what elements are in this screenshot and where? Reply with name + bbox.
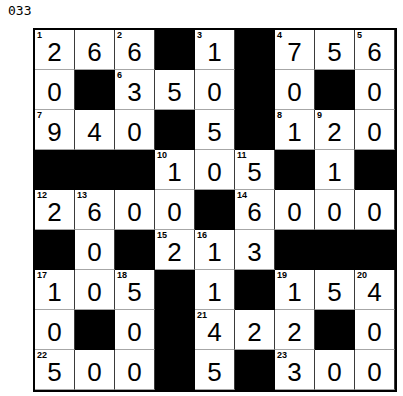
cell-digit: 0 bbox=[35, 310, 74, 349]
cell-r6c2[interactable]: 0 bbox=[75, 230, 115, 270]
cell-r8c6[interactable]: 2 bbox=[235, 310, 275, 350]
cell-r2c7[interactable]: 0 bbox=[275, 70, 315, 110]
black-cell-r1c6 bbox=[235, 30, 275, 70]
cell-digit: 0 bbox=[115, 110, 154, 149]
cell-digit: 3 bbox=[235, 230, 274, 269]
cell-r6c4[interactable]: 152 bbox=[155, 230, 195, 270]
cell-digit: 2 bbox=[35, 190, 74, 229]
black-cell-r6c3 bbox=[115, 230, 155, 270]
cell-digit: 0 bbox=[315, 350, 354, 389]
cell-r9c9[interactable]: 0 bbox=[355, 350, 395, 390]
cell-r9c1[interactable]: 225 bbox=[35, 350, 75, 390]
cell-digit: 0 bbox=[315, 190, 354, 229]
puzzle-title: 033 bbox=[8, 3, 31, 18]
cell-digit: 2 bbox=[315, 110, 354, 149]
black-cell-r1c4 bbox=[155, 30, 195, 70]
black-cell-r2c6 bbox=[235, 70, 275, 110]
black-cell-r6c7 bbox=[275, 230, 315, 270]
cell-r2c1[interactable]: 0 bbox=[35, 70, 75, 110]
cell-r5c8[interactable]: 0 bbox=[315, 190, 355, 230]
cell-r1c1[interactable]: 12 bbox=[35, 30, 75, 70]
black-cell-r7c4 bbox=[155, 270, 195, 310]
black-cell-r2c2 bbox=[75, 70, 115, 110]
cell-r3c7[interactable]: 81 bbox=[275, 110, 315, 150]
cell-r3c1[interactable]: 79 bbox=[35, 110, 75, 150]
cell-r5c3[interactable]: 0 bbox=[115, 190, 155, 230]
cell-digit: 5 bbox=[195, 350, 234, 389]
cell-digit: 0 bbox=[115, 310, 154, 349]
black-cell-r8c4 bbox=[155, 310, 195, 350]
cell-digit: 5 bbox=[315, 270, 354, 309]
cell-digit: 5 bbox=[155, 70, 194, 109]
cell-digit: 6 bbox=[75, 190, 114, 229]
cell-digit: 1 bbox=[155, 150, 194, 189]
cell-digit: 1 bbox=[315, 150, 354, 189]
cell-digit: 4 bbox=[195, 310, 234, 349]
black-cell-r8c2 bbox=[75, 310, 115, 350]
cell-digit: 6 bbox=[355, 30, 394, 69]
cell-r5c4[interactable]: 0 bbox=[155, 190, 195, 230]
cell-digit: 5 bbox=[195, 110, 234, 149]
black-cell-r9c6 bbox=[235, 350, 275, 390]
black-cell-r6c1 bbox=[35, 230, 75, 270]
cell-r7c8[interactable]: 5 bbox=[315, 270, 355, 310]
cell-r4c4[interactable]: 101 bbox=[155, 150, 195, 190]
cell-digit: 3 bbox=[275, 350, 314, 389]
puzzle-board: 1262631475560635000794058192010101151122… bbox=[33, 28, 397, 392]
cell-digit: 3 bbox=[115, 70, 154, 109]
cell-r9c5[interactable]: 5 bbox=[195, 350, 235, 390]
cell-r9c2[interactable]: 0 bbox=[75, 350, 115, 390]
black-cell-r3c6 bbox=[235, 110, 275, 150]
cell-digit: 1 bbox=[195, 270, 234, 309]
cell-r7c7[interactable]: 191 bbox=[275, 270, 315, 310]
cell-digit: 6 bbox=[235, 190, 274, 229]
black-cell-r4c9 bbox=[355, 150, 395, 190]
cell-digit: 5 bbox=[235, 150, 274, 189]
cell-r8c9[interactable]: 0 bbox=[355, 310, 395, 350]
black-cell-r6c9 bbox=[355, 230, 395, 270]
cell-r8c3[interactable]: 0 bbox=[115, 310, 155, 350]
cell-r5c7[interactable]: 0 bbox=[275, 190, 315, 230]
cell-digit: 5 bbox=[115, 270, 154, 309]
cell-r1c7[interactable]: 47 bbox=[275, 30, 315, 70]
black-cell-r4c7 bbox=[275, 150, 315, 190]
cell-r9c3[interactable]: 0 bbox=[115, 350, 155, 390]
cell-r9c7[interactable]: 233 bbox=[275, 350, 315, 390]
cell-r4c6[interactable]: 115 bbox=[235, 150, 275, 190]
cell-digit: 2 bbox=[275, 310, 314, 349]
black-cell-r5c5 bbox=[195, 190, 235, 230]
cell-r3c9[interactable]: 0 bbox=[355, 110, 395, 150]
cell-r1c5[interactable]: 31 bbox=[195, 30, 235, 70]
cell-digit: 1 bbox=[35, 270, 74, 309]
cell-r1c3[interactable]: 26 bbox=[115, 30, 155, 70]
cell-digit: 5 bbox=[315, 30, 354, 69]
cell-digit: 0 bbox=[75, 230, 114, 269]
cell-r3c5[interactable]: 5 bbox=[195, 110, 235, 150]
black-cell-r8c8 bbox=[315, 310, 355, 350]
black-cell-r7c6 bbox=[235, 270, 275, 310]
cell-digit: 9 bbox=[35, 110, 74, 149]
cell-r5c9[interactable]: 0 bbox=[355, 190, 395, 230]
cell-digit: 5 bbox=[35, 350, 74, 389]
cell-digit: 1 bbox=[195, 230, 234, 269]
black-cell-r6c8 bbox=[315, 230, 355, 270]
black-cell-r4c3 bbox=[115, 150, 155, 190]
black-cell-r4c1 bbox=[35, 150, 75, 190]
cell-r7c5[interactable]: 1 bbox=[195, 270, 235, 310]
cell-digit: 0 bbox=[155, 190, 194, 229]
cell-r5c6[interactable]: 146 bbox=[235, 190, 275, 230]
cell-r2c3[interactable]: 63 bbox=[115, 70, 155, 110]
cell-digit: 0 bbox=[115, 190, 154, 229]
cell-digit: 1 bbox=[195, 30, 234, 69]
cell-r1c2[interactable]: 6 bbox=[75, 30, 115, 70]
black-cell-r2c8 bbox=[315, 70, 355, 110]
cell-r3c2[interactable]: 4 bbox=[75, 110, 115, 150]
cell-digit: 0 bbox=[355, 310, 394, 349]
cell-r5c2[interactable]: 136 bbox=[75, 190, 115, 230]
cell-digit: 0 bbox=[355, 110, 394, 149]
cell-r3c3[interactable]: 0 bbox=[115, 110, 155, 150]
cell-digit: 1 bbox=[275, 270, 314, 309]
cell-r7c1[interactable]: 171 bbox=[35, 270, 75, 310]
puzzle-page: 033 126263147556063500079405819201010115… bbox=[0, 0, 403, 396]
cell-r1c9[interactable]: 56 bbox=[355, 30, 395, 70]
cell-r8c7[interactable]: 2 bbox=[275, 310, 315, 350]
cell-digit: 6 bbox=[115, 30, 154, 69]
cell-digit: 0 bbox=[195, 70, 234, 109]
cell-digit: 0 bbox=[275, 70, 314, 109]
cell-r8c5[interactable]: 214 bbox=[195, 310, 235, 350]
cell-r7c2[interactable]: 0 bbox=[75, 270, 115, 310]
cell-r6c5[interactable]: 161 bbox=[195, 230, 235, 270]
cell-r4c8[interactable]: 1 bbox=[315, 150, 355, 190]
cell-digit: 4 bbox=[355, 270, 394, 309]
cell-digit: 2 bbox=[155, 230, 194, 269]
cell-digit: 0 bbox=[75, 350, 114, 389]
cell-digit: 0 bbox=[115, 350, 154, 389]
cell-r1c8[interactable]: 5 bbox=[315, 30, 355, 70]
black-cell-r9c4 bbox=[155, 350, 195, 390]
cell-r2c9[interactable]: 0 bbox=[355, 70, 395, 110]
cell-digit: 1 bbox=[275, 110, 314, 149]
cell-r3c8[interactable]: 92 bbox=[315, 110, 355, 150]
cell-digit: 0 bbox=[275, 190, 314, 229]
cell-digit: 2 bbox=[235, 310, 274, 349]
cell-digit: 7 bbox=[275, 30, 314, 69]
cell-r2c5[interactable]: 0 bbox=[195, 70, 235, 110]
cell-r7c9[interactable]: 204 bbox=[355, 270, 395, 310]
cell-digit: 0 bbox=[195, 150, 234, 189]
cell-r7c3[interactable]: 185 bbox=[115, 270, 155, 310]
cell-digit: 6 bbox=[75, 30, 114, 69]
cell-digit: 0 bbox=[355, 350, 394, 389]
cell-r8c1[interactable]: 0 bbox=[35, 310, 75, 350]
cell-digit: 0 bbox=[75, 270, 114, 309]
cell-r4c5[interactable]: 0 bbox=[195, 150, 235, 190]
black-cell-r3c4 bbox=[155, 110, 195, 150]
cell-digit: 0 bbox=[355, 70, 394, 109]
cell-digit: 0 bbox=[355, 190, 394, 229]
cell-r5c1[interactable]: 122 bbox=[35, 190, 75, 230]
cell-r9c8[interactable]: 0 bbox=[315, 350, 355, 390]
black-cell-r4c2 bbox=[75, 150, 115, 190]
cell-digit: 0 bbox=[35, 70, 74, 109]
cell-digit: 2 bbox=[35, 30, 74, 69]
cell-r2c4[interactable]: 5 bbox=[155, 70, 195, 110]
cell-digit: 4 bbox=[75, 110, 114, 149]
cell-r6c6[interactable]: 3 bbox=[235, 230, 275, 270]
